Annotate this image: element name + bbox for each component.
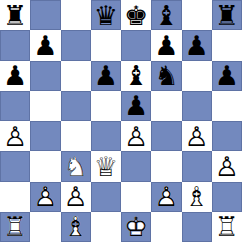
square-b6[interactable] <box>30 61 60 91</box>
square-a8[interactable]: ♜ <box>0 0 30 30</box>
black-pawn-piece[interactable]: ♟ <box>30 30 60 60</box>
black-pawn-piece[interactable]: ♟ <box>121 91 151 121</box>
white-pawn-piece[interactable]: ♟♙ <box>61 182 91 212</box>
square-g4[interactable]: ♟♙ <box>182 121 212 151</box>
piece-outline-glyph: ♘ <box>61 151 91 181</box>
piece-outline-glyph: ♙ <box>121 121 151 151</box>
square-f4[interactable] <box>151 121 181 151</box>
square-f1[interactable] <box>151 212 181 242</box>
black-bishop-piece[interactable]: ♝ <box>121 61 151 91</box>
black-pawn-piece[interactable]: ♟ <box>91 61 121 91</box>
square-e8[interactable]: ♚ <box>121 0 151 30</box>
square-g7[interactable]: ♟ <box>182 30 212 60</box>
square-g8[interactable] <box>182 0 212 30</box>
square-d2[interactable] <box>91 182 121 212</box>
piece-fill-glyph: ♟ <box>182 30 212 60</box>
white-queen-piece[interactable]: ♛♕ <box>91 151 121 181</box>
black-pawn-piece[interactable]: ♟ <box>151 30 181 60</box>
square-a2[interactable] <box>0 182 30 212</box>
square-g1[interactable] <box>182 212 212 242</box>
white-pawn-piece[interactable]: ♟♙ <box>0 121 30 151</box>
black-pawn-piece[interactable]: ♟ <box>212 61 242 91</box>
black-queen-piece[interactable]: ♛ <box>91 0 121 30</box>
black-pawn-piece[interactable]: ♟ <box>0 61 30 91</box>
square-d6[interactable]: ♟ <box>91 61 121 91</box>
square-h1[interactable]: ♜♖ <box>212 212 242 242</box>
white-king-piece[interactable]: ♚♔ <box>121 212 151 242</box>
square-f6[interactable]: ♞ <box>151 61 181 91</box>
square-a6[interactable]: ♟ <box>0 61 30 91</box>
square-h3[interactable]: ♟♙ <box>212 151 242 181</box>
piece-fill-glyph: ♟ <box>91 61 121 91</box>
square-h4[interactable] <box>212 121 242 151</box>
square-e4[interactable]: ♟♙ <box>121 121 151 151</box>
white-pawn-piece[interactable]: ♟♙ <box>30 182 60 212</box>
square-f2[interactable]: ♟♙ <box>151 182 181 212</box>
piece-fill-glyph: ♟ <box>30 30 60 60</box>
piece-outline-glyph: ♙ <box>212 151 242 181</box>
square-d7[interactable] <box>91 30 121 60</box>
white-bishop-piece[interactable]: ♝♗ <box>61 212 91 242</box>
white-pawn-piece[interactable]: ♟♙ <box>182 121 212 151</box>
square-f8[interactable]: ♝ <box>151 0 181 30</box>
piece-outline-glyph: ♙ <box>151 182 181 212</box>
square-a4[interactable]: ♟♙ <box>0 121 30 151</box>
square-b3[interactable] <box>30 151 60 181</box>
piece-fill-glyph: ♚ <box>121 0 151 30</box>
square-b2[interactable]: ♟♙ <box>30 182 60 212</box>
piece-outline-glyph: ♙ <box>61 182 91 212</box>
square-d3[interactable]: ♛♕ <box>91 151 121 181</box>
square-g2[interactable]: ♝♗ <box>182 182 212 212</box>
square-e6[interactable]: ♝ <box>121 61 151 91</box>
piece-outline-glyph: ♙ <box>30 182 60 212</box>
square-a1[interactable]: ♜♖ <box>0 212 30 242</box>
square-g5[interactable] <box>182 91 212 121</box>
piece-outline-glyph: ♗ <box>182 182 212 212</box>
white-pawn-piece[interactable]: ♟♙ <box>151 182 181 212</box>
square-e3[interactable] <box>121 151 151 181</box>
square-f3[interactable] <box>151 151 181 181</box>
square-a5[interactable] <box>0 91 30 121</box>
square-h5[interactable] <box>212 91 242 121</box>
square-a3[interactable] <box>0 151 30 181</box>
piece-outline-glyph: ♕ <box>91 151 121 181</box>
square-c5[interactable] <box>61 91 91 121</box>
piece-fill-glyph: ♟ <box>151 30 181 60</box>
piece-fill-glyph: ♜ <box>0 0 30 30</box>
piece-outline-glyph: ♙ <box>182 121 212 151</box>
square-c4[interactable] <box>61 121 91 151</box>
square-e2[interactable] <box>121 182 151 212</box>
square-h6[interactable]: ♟ <box>212 61 242 91</box>
square-g6[interactable] <box>182 61 212 91</box>
white-pawn-piece[interactable]: ♟♙ <box>212 151 242 181</box>
square-f7[interactable]: ♟ <box>151 30 181 60</box>
square-a7[interactable] <box>0 30 30 60</box>
piece-fill-glyph: ♞ <box>151 61 181 91</box>
square-f5[interactable] <box>151 91 181 121</box>
square-c6[interactable] <box>61 61 91 91</box>
square-h7[interactable] <box>212 30 242 60</box>
black-pawn-piece[interactable]: ♟ <box>182 30 212 60</box>
white-rook-piece[interactable]: ♜♖ <box>0 212 30 242</box>
black-knight-piece[interactable]: ♞ <box>151 61 181 91</box>
square-d1[interactable] <box>91 212 121 242</box>
white-bishop-piece[interactable]: ♝♗ <box>182 182 212 212</box>
piece-outline-glyph: ♖ <box>0 212 30 242</box>
square-e7[interactable] <box>121 30 151 60</box>
black-rook-piece[interactable]: ♜ <box>0 0 30 30</box>
square-c8[interactable] <box>61 0 91 30</box>
piece-outline-glyph: ♔ <box>121 212 151 242</box>
square-e1[interactable]: ♚♔ <box>121 212 151 242</box>
square-h2[interactable] <box>212 182 242 212</box>
black-king-piece[interactable]: ♚ <box>121 0 151 30</box>
square-c7[interactable] <box>61 30 91 60</box>
piece-outline-glyph: ♙ <box>0 121 30 151</box>
piece-fill-glyph: ♟ <box>212 61 242 91</box>
square-b7[interactable]: ♟ <box>30 30 60 60</box>
white-knight-piece[interactable]: ♞♘ <box>61 151 91 181</box>
white-pawn-piece[interactable]: ♟♙ <box>121 121 151 151</box>
chess-board: ♜♛♚♝♜♟♟♟♟♟♝♞♟♟♟♙♟♙♟♙♞♘♛♕♟♙♟♙♟♙♟♙♝♗♜♖♝♗♚♔… <box>0 0 242 242</box>
square-d4[interactable] <box>91 121 121 151</box>
square-c2[interactable]: ♟♙ <box>61 182 91 212</box>
black-rook-piece[interactable]: ♜ <box>212 0 242 30</box>
piece-fill-glyph: ♝ <box>121 61 151 91</box>
square-c3[interactable]: ♞♘ <box>61 151 91 181</box>
square-h8[interactable]: ♜ <box>212 0 242 30</box>
black-bishop-piece[interactable]: ♝ <box>151 0 181 30</box>
square-b1[interactable] <box>30 212 60 242</box>
square-d5[interactable] <box>91 91 121 121</box>
square-d8[interactable]: ♛ <box>91 0 121 30</box>
square-b4[interactable] <box>30 121 60 151</box>
piece-fill-glyph: ♝ <box>151 0 181 30</box>
piece-fill-glyph: ♟ <box>0 61 30 91</box>
piece-fill-glyph: ♛ <box>91 0 121 30</box>
square-c1[interactable]: ♝♗ <box>61 212 91 242</box>
square-b8[interactable] <box>30 0 60 30</box>
square-b5[interactable] <box>30 91 60 121</box>
piece-outline-glyph: ♗ <box>61 212 91 242</box>
white-rook-piece[interactable]: ♜♖ <box>212 212 242 242</box>
square-g3[interactable] <box>182 151 212 181</box>
piece-fill-glyph: ♜ <box>212 0 242 30</box>
piece-fill-glyph: ♟ <box>121 91 151 121</box>
piece-outline-glyph: ♖ <box>212 212 242 242</box>
square-e5[interactable]: ♟ <box>121 91 151 121</box>
